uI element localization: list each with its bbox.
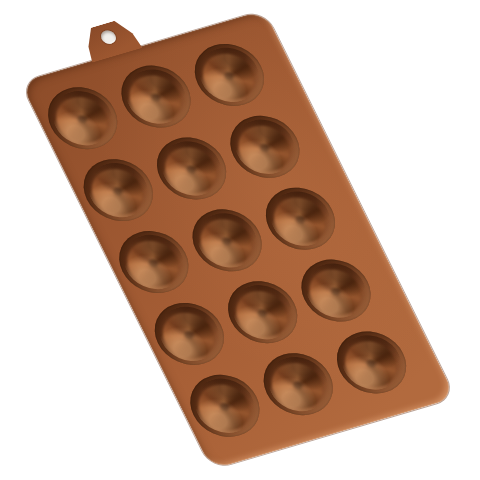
chocolate-mold — [20, 10, 456, 470]
mold-cavity — [255, 180, 347, 258]
mold-cavity — [326, 324, 418, 402]
product-photo: Overhead product photo of a brown silico… — [0, 0, 480, 480]
hanging-hole — [98, 29, 118, 46]
mold-cavity — [179, 367, 271, 445]
mold-cavity — [146, 130, 238, 208]
mold-cavity — [37, 79, 129, 157]
cavity-grid — [20, 10, 456, 470]
mold-cavity — [110, 58, 202, 136]
mold-cavity — [143, 295, 235, 373]
mold-cavity — [183, 36, 275, 114]
mold-cavity — [219, 108, 311, 186]
mold-cavity — [108, 223, 200, 301]
mold-cavity — [181, 202, 273, 280]
mold-cavity — [252, 345, 344, 423]
mold-cavity — [217, 273, 309, 351]
mold-cavity — [72, 151, 164, 229]
mold-cavity — [290, 252, 382, 330]
